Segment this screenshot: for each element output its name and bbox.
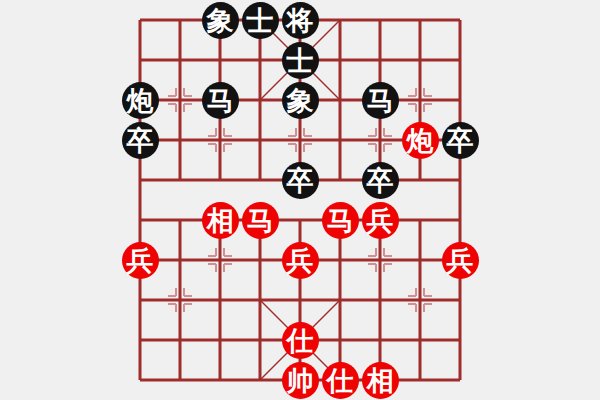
piece-black-general[interactable]: 将 xyxy=(282,2,319,39)
piece-red-soldier[interactable]: 兵 xyxy=(362,202,399,239)
piece-red-advisor[interactable]: 仕 xyxy=(282,322,319,359)
piece-red-elephant[interactable]: 相 xyxy=(202,202,239,239)
xiangqi-board: 象士将士炮马象马卒卒卒卒炮相马马兵兵兵兵仕帅仕相 xyxy=(0,0,600,400)
piece-black-soldier[interactable]: 卒 xyxy=(282,162,319,199)
piece-layer: 象士将士炮马象马卒卒卒卒炮相马马兵兵兵兵仕帅仕相 xyxy=(120,0,480,400)
piece-red-horse[interactable]: 马 xyxy=(242,202,279,239)
piece-black-elephant[interactable]: 象 xyxy=(282,82,319,119)
piece-red-horse[interactable]: 马 xyxy=(322,202,359,239)
piece-red-general[interactable]: 帅 xyxy=(282,362,319,399)
piece-black-soldier[interactable]: 卒 xyxy=(442,122,479,159)
piece-red-advisor[interactable]: 仕 xyxy=(322,362,359,399)
piece-red-elephant[interactable]: 相 xyxy=(362,362,399,399)
piece-black-soldier[interactable]: 卒 xyxy=(362,162,399,199)
piece-black-elephant[interactable]: 象 xyxy=(202,2,239,39)
piece-black-advisor[interactable]: 士 xyxy=(282,42,319,79)
piece-red-cannon[interactable]: 炮 xyxy=(402,122,439,159)
piece-black-horse[interactable]: 马 xyxy=(202,82,239,119)
piece-red-soldier[interactable]: 兵 xyxy=(442,242,479,279)
piece-black-horse[interactable]: 马 xyxy=(362,82,399,119)
piece-red-soldier[interactable]: 兵 xyxy=(282,242,319,279)
piece-black-advisor[interactable]: 士 xyxy=(242,2,279,39)
piece-black-cannon[interactable]: 炮 xyxy=(122,82,159,119)
piece-red-soldier[interactable]: 兵 xyxy=(122,242,159,279)
piece-black-soldier[interactable]: 卒 xyxy=(122,122,159,159)
